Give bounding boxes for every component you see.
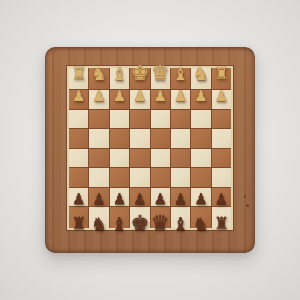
piece-white-pawn[interactable]: ♟ bbox=[153, 89, 166, 104]
square-f2[interactable]: ♟ bbox=[110, 90, 129, 109]
piece-black-pawn[interactable]: ♟ bbox=[113, 192, 126, 207]
square-e2[interactable]: ♟ bbox=[130, 90, 149, 109]
square-f3[interactable] bbox=[110, 110, 129, 129]
square-a4[interactable] bbox=[212, 129, 231, 148]
piece-white-pawn[interactable]: ♟ bbox=[133, 89, 146, 104]
square-g8[interactable]: ♞ bbox=[89, 207, 108, 228]
square-a7[interactable]: ♟ bbox=[212, 188, 231, 207]
piece-white-pawn[interactable]: ♟ bbox=[72, 89, 85, 104]
square-b6[interactable] bbox=[191, 168, 210, 187]
playing-area: ♜♞♝♚♛♝♞♜♟♟♟♟♟♟♟♟♟♟♟♟♟♟♟♟♜♞♝♚♛♝♞♜ bbox=[67, 66, 233, 230]
square-e8[interactable]: ♚ bbox=[130, 207, 149, 228]
piece-white-bishop[interactable]: ♝ bbox=[111, 65, 127, 83]
piece-black-bishop[interactable]: ♝ bbox=[111, 215, 127, 233]
piece-black-pawn[interactable]: ♟ bbox=[92, 192, 105, 207]
piece-black-pawn[interactable]: ♟ bbox=[133, 192, 146, 207]
piece-white-queen[interactable]: ♛ bbox=[151, 63, 170, 84]
square-c3[interactable] bbox=[171, 110, 190, 129]
square-g3[interactable] bbox=[89, 110, 108, 129]
piece-black-knight[interactable]: ♞ bbox=[193, 215, 209, 233]
square-b5[interactable] bbox=[191, 149, 210, 168]
square-g5[interactable] bbox=[89, 149, 108, 168]
square-b3[interactable] bbox=[191, 110, 210, 129]
piece-white-pawn[interactable]: ♟ bbox=[113, 89, 126, 104]
piece-black-pawn[interactable]: ♟ bbox=[215, 192, 228, 207]
square-f6[interactable] bbox=[110, 168, 129, 187]
piece-white-pawn[interactable]: ♟ bbox=[174, 89, 187, 104]
square-h7[interactable]: ♟ bbox=[69, 188, 88, 207]
square-a6[interactable] bbox=[212, 168, 231, 187]
square-c2[interactable]: ♟ bbox=[171, 90, 190, 109]
square-f8[interactable]: ♝ bbox=[110, 207, 129, 228]
square-c5[interactable] bbox=[171, 149, 190, 168]
piece-white-pawn[interactable]: ♟ bbox=[92, 89, 105, 104]
piece-black-rook[interactable]: ♜ bbox=[214, 215, 229, 232]
square-c7[interactable]: ♟ bbox=[171, 188, 190, 207]
chess-board: ♜♞♝♚♛♝♞♜♟♟♟♟♟♟♟♟♟♟♟♟♟♟♟♟♜♞♝♚♛♝♞♜ bbox=[45, 47, 255, 253]
square-b7[interactable]: ♟ bbox=[191, 188, 210, 207]
square-g6[interactable] bbox=[89, 168, 108, 187]
square-f7[interactable]: ♟ bbox=[110, 188, 129, 207]
piece-black-queen[interactable]: ♛ bbox=[151, 213, 170, 234]
square-h8[interactable]: ♜ bbox=[69, 207, 88, 228]
square-e4[interactable] bbox=[130, 129, 149, 148]
square-b2[interactable]: ♟ bbox=[191, 90, 210, 109]
square-c4[interactable] bbox=[171, 129, 190, 148]
photo-background: ♜♞♝♚♛♝♞♜♟♟♟♟♟♟♟♟♟♟♟♟♟♟♟♟♜♞♝♚♛♝♞♜ bbox=[0, 0, 300, 300]
square-a3[interactable] bbox=[212, 110, 231, 129]
square-d2[interactable]: ♟ bbox=[151, 90, 170, 109]
square-d5[interactable] bbox=[151, 149, 170, 168]
piece-black-bishop[interactable]: ♝ bbox=[172, 215, 188, 233]
square-g2[interactable]: ♟ bbox=[89, 90, 108, 109]
square-d4[interactable] bbox=[151, 129, 170, 148]
piece-black-pawn[interactable]: ♟ bbox=[153, 192, 166, 207]
piece-black-pawn[interactable]: ♟ bbox=[194, 192, 207, 207]
square-g4[interactable] bbox=[89, 129, 108, 148]
square-b4[interactable] bbox=[191, 129, 210, 148]
square-d8[interactable]: ♛ bbox=[151, 207, 170, 228]
square-e7[interactable]: ♟ bbox=[130, 188, 149, 207]
square-e5[interactable] bbox=[130, 149, 149, 168]
square-d7[interactable]: ♟ bbox=[151, 188, 170, 207]
square-a2[interactable]: ♟ bbox=[212, 90, 231, 109]
piece-white-knight[interactable]: ♞ bbox=[193, 65, 209, 83]
square-h3[interactable] bbox=[69, 110, 88, 129]
square-h2[interactable]: ♟ bbox=[69, 90, 88, 109]
piece-black-pawn[interactable]: ♟ bbox=[72, 192, 85, 207]
piece-black-knight[interactable]: ♞ bbox=[91, 215, 107, 233]
square-g7[interactable]: ♟ bbox=[89, 188, 108, 207]
square-d3[interactable] bbox=[151, 110, 170, 129]
square-e6[interactable] bbox=[130, 168, 149, 187]
piece-white-rook[interactable]: ♜ bbox=[71, 65, 86, 82]
piece-white-rook[interactable]: ♜ bbox=[214, 65, 229, 82]
square-f4[interactable] bbox=[110, 129, 129, 148]
square-a8[interactable]: ♜ bbox=[212, 207, 231, 228]
piece-black-pawn[interactable]: ♟ bbox=[174, 192, 187, 207]
square-h6[interactable] bbox=[69, 168, 88, 187]
square-b8[interactable]: ♞ bbox=[191, 207, 210, 228]
square-f5[interactable] bbox=[110, 149, 129, 168]
square-d6[interactable] bbox=[151, 168, 170, 187]
square-e3[interactable] bbox=[130, 110, 149, 129]
square-c8[interactable]: ♝ bbox=[171, 207, 190, 228]
piece-white-pawn[interactable]: ♟ bbox=[194, 89, 207, 104]
wood-knot-icon bbox=[244, 195, 246, 198]
piece-black-rook[interactable]: ♜ bbox=[71, 215, 86, 232]
piece-white-bishop[interactable]: ♝ bbox=[172, 65, 188, 83]
square-a5[interactable] bbox=[212, 149, 231, 168]
piece-white-knight[interactable]: ♞ bbox=[91, 65, 107, 83]
piece-white-pawn[interactable]: ♟ bbox=[215, 89, 228, 104]
piece-white-king[interactable]: ♚ bbox=[130, 63, 149, 84]
piece-black-king[interactable]: ♚ bbox=[130, 213, 149, 234]
square-h5[interactable] bbox=[69, 149, 88, 168]
square-h4[interactable] bbox=[69, 129, 88, 148]
square-c6[interactable] bbox=[171, 168, 190, 187]
wood-knot-icon bbox=[246, 204, 249, 207]
